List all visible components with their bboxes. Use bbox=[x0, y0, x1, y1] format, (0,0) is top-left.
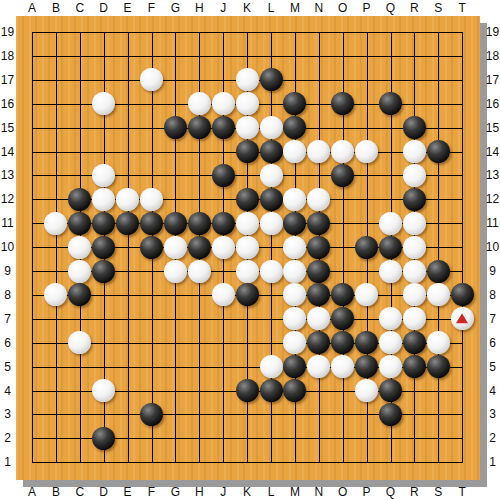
col-label-top: J bbox=[213, 0, 233, 16]
stone-black bbox=[140, 212, 163, 235]
row-label-left: 18 bbox=[0, 48, 15, 64]
row-label-right: 11 bbox=[485, 215, 500, 231]
row-label-left: 4 bbox=[0, 383, 15, 399]
row-label-right: 3 bbox=[485, 406, 500, 422]
stone-white bbox=[236, 92, 259, 115]
col-label-bottom: R bbox=[404, 484, 424, 500]
stone-white bbox=[331, 355, 354, 378]
stone-black bbox=[307, 260, 330, 283]
row-label-right: 12 bbox=[485, 191, 500, 207]
col-label-top: F bbox=[142, 0, 162, 16]
row-label-left: 3 bbox=[0, 406, 15, 422]
row-label-right: 14 bbox=[485, 144, 500, 160]
stone-white bbox=[379, 260, 402, 283]
col-label-top: L bbox=[261, 0, 281, 16]
stone-black bbox=[188, 116, 211, 139]
stone-black bbox=[92, 427, 115, 450]
stone-black bbox=[379, 403, 402, 426]
stone-black bbox=[92, 212, 115, 235]
row-label-right: 16 bbox=[485, 96, 500, 112]
stone-black bbox=[236, 283, 259, 306]
col-label-top: E bbox=[118, 0, 138, 16]
stone-white bbox=[188, 260, 211, 283]
stone-white bbox=[403, 283, 426, 306]
row-label-left: 5 bbox=[0, 359, 15, 375]
stone-white bbox=[355, 283, 378, 306]
stone-white bbox=[283, 188, 306, 211]
row-label-left: 1 bbox=[0, 454, 15, 470]
row-label-right: 1 bbox=[485, 454, 500, 470]
row-label-left: 17 bbox=[0, 72, 15, 88]
stone-black bbox=[331, 331, 354, 354]
stone-white bbox=[236, 236, 259, 259]
col-label-top: A bbox=[22, 0, 42, 16]
row-label-left: 14 bbox=[0, 144, 15, 160]
stone-black bbox=[403, 116, 426, 139]
stone-black bbox=[188, 212, 211, 235]
stone-white bbox=[379, 331, 402, 354]
row-label-right: 17 bbox=[485, 72, 500, 88]
row-label-right: 8 bbox=[485, 287, 500, 303]
stone-black bbox=[164, 116, 187, 139]
stone-black bbox=[283, 92, 306, 115]
row-label-left: 2 bbox=[0, 430, 15, 446]
grid-line-horizontal bbox=[32, 462, 463, 463]
stone-black bbox=[307, 236, 330, 259]
stone-black bbox=[379, 92, 402, 115]
col-label-bottom: J bbox=[213, 484, 233, 500]
col-label-bottom: L bbox=[261, 484, 281, 500]
row-label-left: 11 bbox=[0, 215, 15, 231]
go-board-screenshot: AABBCCDDEEFFGGHHJJKKLLMMNNOOPPQQRRSSTT19… bbox=[0, 0, 500, 500]
stone-white bbox=[140, 188, 163, 211]
stone-white bbox=[44, 283, 67, 306]
stone-black bbox=[236, 140, 259, 163]
stone-white bbox=[403, 236, 426, 259]
col-label-top: M bbox=[285, 0, 305, 16]
stone-white bbox=[283, 283, 306, 306]
col-label-bottom: E bbox=[118, 484, 138, 500]
row-label-left: 13 bbox=[0, 167, 15, 183]
row-label-right: 6 bbox=[485, 335, 500, 351]
stone-black bbox=[355, 331, 378, 354]
stone-black bbox=[260, 68, 283, 91]
stone-black bbox=[451, 283, 474, 306]
stone-white bbox=[44, 212, 67, 235]
stone-white bbox=[283, 331, 306, 354]
stone-black bbox=[283, 116, 306, 139]
stone-white bbox=[427, 331, 450, 354]
stone-black bbox=[212, 164, 235, 187]
stone-black bbox=[260, 188, 283, 211]
stone-white bbox=[236, 116, 259, 139]
row-label-right: 2 bbox=[485, 430, 500, 446]
stone-black bbox=[212, 116, 235, 139]
stone-black bbox=[331, 92, 354, 115]
stone-white bbox=[283, 307, 306, 330]
stone-black bbox=[427, 260, 450, 283]
stone-white bbox=[164, 236, 187, 259]
col-label-bottom: S bbox=[428, 484, 448, 500]
stone-white bbox=[260, 164, 283, 187]
go-board[interactable] bbox=[16, 16, 480, 480]
stone-white bbox=[283, 260, 306, 283]
stone-white bbox=[92, 188, 115, 211]
row-label-right: 5 bbox=[485, 359, 500, 375]
stone-black bbox=[331, 164, 354, 187]
col-label-top: O bbox=[333, 0, 353, 16]
stone-white bbox=[260, 355, 283, 378]
stone-white bbox=[283, 140, 306, 163]
row-label-left: 16 bbox=[0, 96, 15, 112]
row-label-right: 19 bbox=[485, 24, 500, 40]
col-label-bottom: K bbox=[237, 484, 257, 500]
stone-black bbox=[427, 140, 450, 163]
col-label-bottom: T bbox=[452, 484, 472, 500]
row-label-left: 19 bbox=[0, 24, 15, 40]
stone-black bbox=[307, 212, 330, 235]
stone-black bbox=[379, 236, 402, 259]
row-label-right: 13 bbox=[485, 167, 500, 183]
row-label-right: 4 bbox=[485, 383, 500, 399]
stone-white bbox=[188, 92, 211, 115]
stone-white bbox=[379, 212, 402, 235]
stone-black bbox=[355, 236, 378, 259]
stone-black bbox=[236, 188, 259, 211]
col-label-top: G bbox=[165, 0, 185, 16]
stone-white bbox=[260, 212, 283, 235]
stone-white bbox=[307, 355, 330, 378]
stone-white bbox=[307, 188, 330, 211]
stone-white bbox=[68, 331, 91, 354]
stone-white bbox=[116, 188, 139, 211]
col-label-top: Q bbox=[381, 0, 401, 16]
stone-black bbox=[212, 212, 235, 235]
stone-black bbox=[283, 355, 306, 378]
stone-white bbox=[403, 164, 426, 187]
stone-black bbox=[427, 355, 450, 378]
stone-black bbox=[116, 212, 139, 235]
stone-black bbox=[355, 355, 378, 378]
row-label-left: 7 bbox=[0, 311, 15, 327]
row-label-left: 8 bbox=[0, 287, 15, 303]
col-label-bottom: D bbox=[94, 484, 114, 500]
stone-black bbox=[236, 379, 259, 402]
stone-black bbox=[283, 212, 306, 235]
stone-white bbox=[92, 164, 115, 187]
row-label-right: 15 bbox=[485, 120, 500, 136]
stone-white bbox=[379, 307, 402, 330]
col-label-bottom: M bbox=[285, 484, 305, 500]
col-label-bottom: Q bbox=[381, 484, 401, 500]
stone-white bbox=[212, 92, 235, 115]
stone-white bbox=[283, 236, 306, 259]
stone-white bbox=[307, 307, 330, 330]
col-label-top: N bbox=[309, 0, 329, 16]
stone-black bbox=[283, 379, 306, 402]
row-label-left: 9 bbox=[0, 263, 15, 279]
stone-white bbox=[92, 379, 115, 402]
stone-black bbox=[140, 403, 163, 426]
stone-white bbox=[68, 236, 91, 259]
grid-line-vertical bbox=[438, 32, 439, 463]
col-label-top: R bbox=[404, 0, 424, 16]
col-label-top: T bbox=[452, 0, 472, 16]
stone-white bbox=[403, 212, 426, 235]
row-label-right: 18 bbox=[485, 48, 500, 64]
row-label-left: 12 bbox=[0, 191, 15, 207]
stone-black bbox=[307, 331, 330, 354]
row-label-left: 15 bbox=[0, 120, 15, 136]
col-label-top: C bbox=[70, 0, 90, 16]
stone-white bbox=[403, 307, 426, 330]
row-label-right: 10 bbox=[485, 239, 500, 255]
grid-line-vertical bbox=[462, 32, 463, 463]
stone-white bbox=[260, 116, 283, 139]
stone-white bbox=[403, 260, 426, 283]
col-label-bottom: F bbox=[142, 484, 162, 500]
stone-black bbox=[68, 283, 91, 306]
stone-black bbox=[188, 236, 211, 259]
row-label-right: 7 bbox=[485, 311, 500, 327]
col-label-top: D bbox=[94, 0, 114, 16]
col-label-bottom: N bbox=[309, 484, 329, 500]
stone-white bbox=[236, 212, 259, 235]
stone-white bbox=[427, 283, 450, 306]
stone-black bbox=[68, 212, 91, 235]
stone-black bbox=[331, 307, 354, 330]
stone-white bbox=[140, 68, 163, 91]
col-label-top: B bbox=[46, 0, 66, 16]
stone-black bbox=[260, 379, 283, 402]
col-label-top: S bbox=[428, 0, 448, 16]
stone-black bbox=[164, 212, 187, 235]
stone-white bbox=[92, 92, 115, 115]
col-label-bottom: H bbox=[189, 484, 209, 500]
stone-white bbox=[379, 355, 402, 378]
stone-white bbox=[212, 283, 235, 306]
col-label-bottom: G bbox=[165, 484, 185, 500]
stone-black bbox=[379, 379, 402, 402]
stone-white bbox=[68, 260, 91, 283]
stone-black bbox=[307, 283, 330, 306]
stone-white bbox=[260, 260, 283, 283]
col-label-bottom: B bbox=[46, 484, 66, 500]
last-move-triangle-marker bbox=[456, 313, 468, 323]
stone-black bbox=[92, 260, 115, 283]
stone-white bbox=[403, 140, 426, 163]
stone-black bbox=[403, 188, 426, 211]
stone-white bbox=[451, 307, 474, 330]
stone-white bbox=[331, 140, 354, 163]
stone-white bbox=[212, 236, 235, 259]
col-label-bottom: O bbox=[333, 484, 353, 500]
stone-black bbox=[92, 236, 115, 259]
col-label-top: H bbox=[189, 0, 209, 16]
col-label-top: P bbox=[357, 0, 377, 16]
row-label-right: 9 bbox=[485, 263, 500, 279]
row-label-left: 6 bbox=[0, 335, 15, 351]
col-label-bottom: C bbox=[70, 484, 90, 500]
stone-white bbox=[236, 260, 259, 283]
stone-white bbox=[307, 140, 330, 163]
stone-black bbox=[140, 236, 163, 259]
stone-black bbox=[68, 188, 91, 211]
stone-black bbox=[260, 140, 283, 163]
stone-white bbox=[355, 140, 378, 163]
col-label-bottom: P bbox=[357, 484, 377, 500]
stone-white bbox=[164, 260, 187, 283]
stone-white bbox=[236, 68, 259, 91]
col-label-top: K bbox=[237, 0, 257, 16]
stone-black bbox=[331, 283, 354, 306]
row-label-left: 10 bbox=[0, 239, 15, 255]
stone-white bbox=[355, 379, 378, 402]
stone-black bbox=[403, 355, 426, 378]
stone-black bbox=[403, 331, 426, 354]
col-label-bottom: A bbox=[22, 484, 42, 500]
